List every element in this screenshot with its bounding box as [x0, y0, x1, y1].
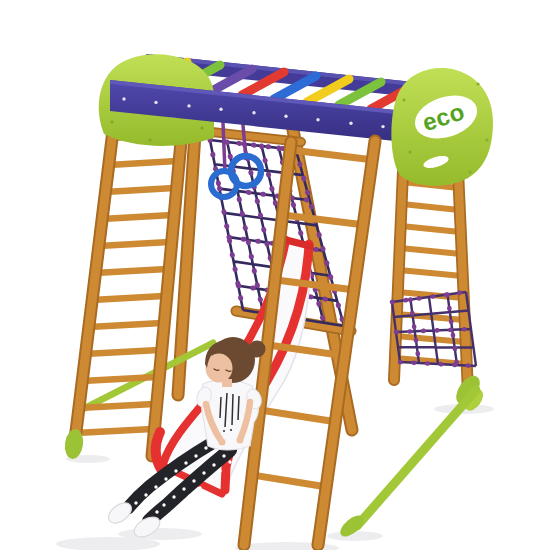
play-gym-photo: eco — [0, 0, 550, 550]
end-panel-right: eco — [391, 68, 493, 186]
slide-runout-lip — [156, 432, 161, 469]
ladder-left — [63, 106, 183, 460]
girl-pigtail — [249, 341, 266, 358]
base-rail-right — [337, 390, 476, 540]
photo-canvas: eco — [0, 0, 550, 550]
